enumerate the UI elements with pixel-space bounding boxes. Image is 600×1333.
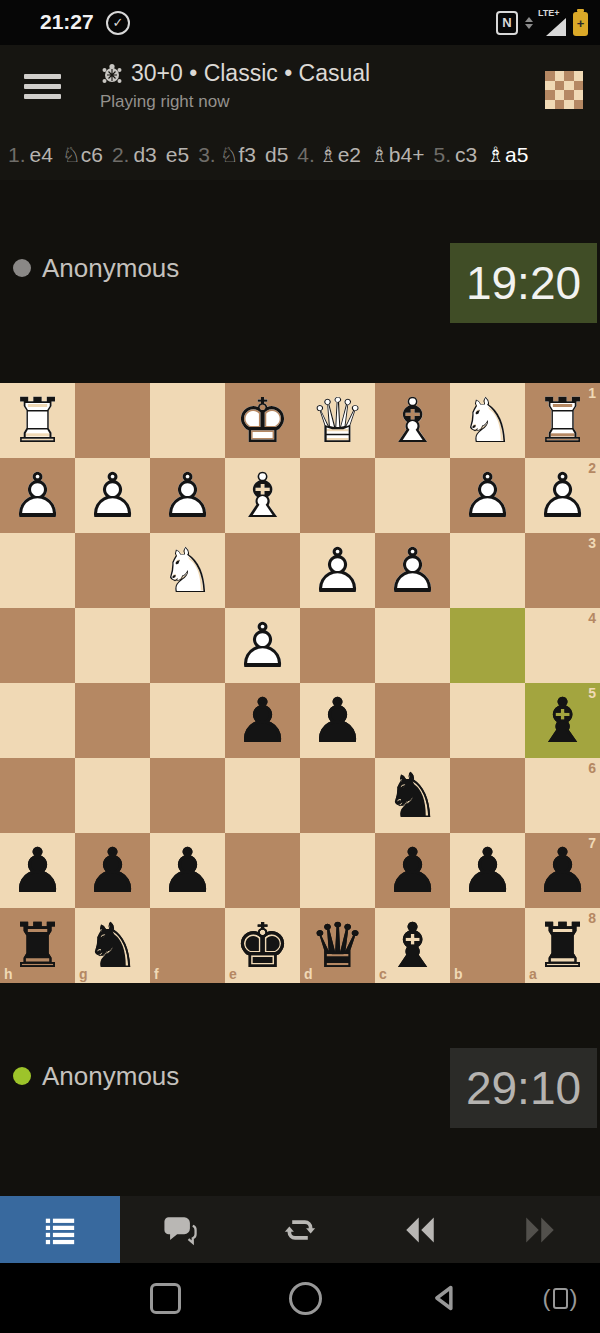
battery-saver-icon: + [573, 12, 588, 36]
player-top: Anonymous [0, 240, 440, 296]
board-thumbnail-icon[interactable] [545, 71, 583, 109]
square-e1[interactable]: ♚♔ [225, 383, 300, 458]
square-d5[interactable]: ♟♙ [300, 683, 375, 758]
black-pawn: ♟♙ [75, 833, 150, 908]
black-knight: ♞♘ [75, 908, 150, 983]
square-b5[interactable] [450, 683, 525, 758]
white-pawn: ♟♙ [225, 608, 300, 683]
move-number: 4. [297, 143, 315, 167]
square-c4[interactable] [375, 608, 450, 683]
chat-button[interactable] [120, 1196, 240, 1263]
back-button[interactable] [420, 1263, 470, 1333]
square-f5[interactable] [150, 683, 225, 758]
move[interactable]: ♗e2 [319, 143, 361, 167]
square-a1[interactable]: 1♜♖ [525, 383, 600, 458]
game-title: 30+0 • Classic • Casual [131, 60, 370, 87]
move-list: 1.e4♘c62.d3e53.♘f3d54.♗e2♗b4+5.c3♗a5 [8, 138, 600, 172]
black-pawn: ♟♙ [150, 833, 225, 908]
white-pawn: ♟♙ [0, 458, 75, 533]
move[interactable]: d5 [265, 143, 288, 167]
square-b3[interactable] [450, 533, 525, 608]
square-c2[interactable] [375, 458, 450, 533]
black-pawn: ♟♙ [300, 683, 375, 758]
home-button[interactable] [280, 1263, 330, 1333]
black-pawn: ♟♙ [375, 833, 450, 908]
turtle-icon [100, 62, 124, 86]
square-f8[interactable]: f [150, 908, 225, 983]
square-d2[interactable] [300, 458, 375, 533]
game-toolbar [0, 1196, 600, 1263]
move[interactable]: ♘f3 [220, 143, 256, 167]
rewind-button[interactable] [360, 1196, 480, 1263]
square-f3[interactable]: ♞♘ [150, 533, 225, 608]
square-e5[interactable]: ♟♙ [225, 683, 300, 758]
square-a8[interactable]: 8a♜♖ [525, 908, 600, 983]
square-h7[interactable]: ♟♙ [0, 833, 75, 908]
square-e7[interactable] [225, 833, 300, 908]
square-f7[interactable]: ♟♙ [150, 833, 225, 908]
square-g3[interactable] [75, 533, 150, 608]
black-rook: ♜♖ [0, 908, 75, 983]
black-pawn: ♟♙ [225, 683, 300, 758]
square-g8[interactable]: g♞♘ [75, 908, 150, 983]
android-nav-bar: ( ) [0, 1263, 600, 1333]
white-knight: ♞♘ [150, 533, 225, 608]
white-pawn: ♟♙ [450, 458, 525, 533]
white-rook: ♜♖ [525, 383, 600, 458]
square-c7[interactable]: ♟♙ [375, 833, 450, 908]
square-d6[interactable] [300, 758, 375, 833]
rank-label-3: 3 [588, 536, 596, 550]
square-c8[interactable]: c♝♗ [375, 908, 450, 983]
fast-forward-icon [521, 1215, 559, 1245]
square-h4[interactable] [0, 608, 75, 683]
square-h5[interactable] [0, 683, 75, 758]
phone-icon [553, 1288, 568, 1309]
move[interactable]: c3 [455, 143, 477, 167]
nfc-icon: N [496, 11, 518, 35]
recents-button[interactable] [140, 1263, 190, 1333]
square-d7[interactable] [300, 833, 375, 908]
white-pawn: ♟♙ [375, 533, 450, 608]
square-h6[interactable] [0, 758, 75, 833]
square-b4[interactable] [450, 608, 525, 683]
square-d4[interactable] [300, 608, 375, 683]
chess-board: ♜♖♚♔♛♕♝♗♞♘1♜♖♟♙♟♙♟♙♝♗♟♙2♟♙♞♘♟♙♟♙3♟♙4♟♙♟♙… [0, 383, 600, 983]
square-h2[interactable]: ♟♙ [0, 458, 75, 533]
white-pawn: ♟♙ [300, 533, 375, 608]
square-g5[interactable] [75, 683, 150, 758]
player-top-name: Anonymous [42, 253, 179, 284]
black-bishop: ♝♗ [525, 683, 600, 758]
white-bishop: ♝♗ [375, 383, 450, 458]
white-pawn: ♟♙ [525, 458, 600, 533]
black-bishop: ♝♗ [375, 908, 450, 983]
square-c6[interactable]: ♞♘ [375, 758, 450, 833]
square-a6[interactable]: 6 [525, 758, 600, 833]
square-e6[interactable] [225, 758, 300, 833]
file-label-f: f [154, 967, 159, 981]
square-d8[interactable]: d♛♕ [300, 908, 375, 983]
square-g2[interactable]: ♟♙ [75, 458, 150, 533]
square-d3[interactable]: ♟♙ [300, 533, 375, 608]
player-top-clock: 19:20 [450, 243, 597, 323]
move-number: 2. [112, 143, 130, 167]
rank-label-6: 6 [588, 761, 596, 775]
rewind-icon [401, 1215, 439, 1245]
square-c1[interactable]: ♝♗ [375, 383, 450, 458]
square-f2[interactable]: ♟♙ [150, 458, 225, 533]
rotate-button[interactable]: ( ) [532, 1263, 588, 1333]
player-bottom-name: Anonymous [42, 1061, 179, 1092]
square-b7[interactable]: ♟♙ [450, 833, 525, 908]
square-a4[interactable]: 4 [525, 608, 600, 683]
flip-board-button[interactable] [240, 1196, 360, 1263]
square-a3[interactable]: 3 [525, 533, 600, 608]
square-c3[interactable]: ♟♙ [375, 533, 450, 608]
square-e4[interactable]: ♟♙ [225, 608, 300, 683]
circle-icon [289, 1282, 322, 1315]
black-pawn: ♟♙ [0, 833, 75, 908]
move[interactable]: ♗a5 [486, 143, 528, 167]
square-e3[interactable] [225, 533, 300, 608]
square-icon [150, 1283, 181, 1314]
square-c5[interactable] [375, 683, 450, 758]
square-h8[interactable]: h♜♖ [0, 908, 75, 983]
white-knight: ♞♘ [450, 383, 525, 458]
paren-right: ) [570, 1284, 578, 1312]
move-number: 3. [198, 143, 216, 167]
player-top-status-dot [13, 259, 31, 277]
square-h3[interactable] [0, 533, 75, 608]
move[interactable]: ♘c6 [62, 143, 103, 167]
rank-label-4: 4 [588, 611, 596, 625]
square-f1[interactable] [150, 383, 225, 458]
square-g1[interactable] [75, 383, 150, 458]
square-b8[interactable]: b [450, 908, 525, 983]
lichess-game-screen: 21:27 ✓ N LTE+ + [0, 0, 600, 1333]
black-pawn: ♟♙ [525, 833, 600, 908]
white-queen: ♛♕ [300, 383, 375, 458]
list-icon [43, 1213, 77, 1247]
square-b2[interactable]: ♟♙ [450, 458, 525, 533]
square-h1[interactable]: ♜♖ [0, 383, 75, 458]
black-rook: ♜♖ [525, 908, 600, 983]
flip-icon [283, 1213, 317, 1247]
black-queen: ♛♕ [300, 908, 375, 983]
menu-hamburger-button[interactable] [24, 74, 61, 104]
square-d1[interactable]: ♛♕ [300, 383, 375, 458]
square-f4[interactable] [150, 608, 225, 683]
white-bishop: ♝♗ [225, 458, 300, 533]
square-e2[interactable]: ♝♗ [225, 458, 300, 533]
chat-icon [163, 1213, 197, 1247]
back-triangle-icon [431, 1284, 459, 1312]
black-knight: ♞♘ [375, 758, 450, 833]
square-g6[interactable] [75, 758, 150, 833]
black-pawn: ♟♙ [450, 833, 525, 908]
square-e8[interactable]: e♚♔ [225, 908, 300, 983]
alarm-check-icon: ✓ [106, 11, 130, 35]
paren-left: ( [543, 1284, 551, 1312]
player-bottom-clock: 29:10 [450, 1048, 597, 1128]
status-time: 21:27 [40, 10, 94, 34]
player-bottom: Anonymous [0, 1048, 440, 1104]
player-bottom-status-dot [13, 1067, 31, 1085]
game-status-text: Playing right now [100, 92, 370, 112]
move[interactable]: e5 [166, 143, 189, 167]
move-number: 5. [434, 143, 452, 167]
file-label-b: b [454, 967, 463, 981]
square-a2[interactable]: 2♟♙ [525, 458, 600, 533]
square-b6[interactable] [450, 758, 525, 833]
move-number: 1. [8, 143, 26, 167]
square-b1[interactable]: ♞♘ [450, 383, 525, 458]
white-pawn: ♟♙ [150, 458, 225, 533]
move[interactable]: e4 [30, 143, 53, 167]
square-a5[interactable]: 5♝♗ [525, 683, 600, 758]
forward-button[interactable] [480, 1196, 600, 1263]
data-transfer-icon [525, 17, 533, 29]
square-g4[interactable] [75, 608, 150, 683]
square-f6[interactable] [150, 758, 225, 833]
move-list-tab-button[interactable] [0, 1196, 120, 1263]
white-king: ♚♔ [225, 383, 300, 458]
lte-signal-icon: LTE+ [540, 10, 566, 36]
move[interactable]: ♗b4+ [370, 143, 424, 167]
black-king: ♚♔ [225, 908, 300, 983]
white-rook: ♜♖ [0, 383, 75, 458]
square-g7[interactable]: ♟♙ [75, 833, 150, 908]
status-bar: 21:27 ✓ N LTE+ + [0, 0, 600, 45]
move[interactable]: d3 [133, 143, 156, 167]
white-pawn: ♟♙ [75, 458, 150, 533]
square-a7[interactable]: 7♟♙ [525, 833, 600, 908]
